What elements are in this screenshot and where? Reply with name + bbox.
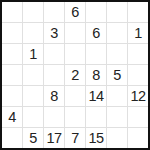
cell-r4c4: 2: [65, 65, 85, 85]
cell-r3c5[interactable]: [86, 44, 106, 64]
cell-r6c1: 4: [2, 107, 22, 127]
cell-r6c7[interactable]: [128, 107, 148, 127]
cell-r2c5: 6: [86, 23, 106, 43]
cell-r7c3: 17: [44, 128, 64, 148]
cell-r4c7[interactable]: [128, 65, 148, 85]
cell-r6c2[interactable]: [23, 107, 43, 127]
cell-r2c4[interactable]: [65, 23, 85, 43]
cell-r3c6[interactable]: [107, 44, 127, 64]
cell-r4c2[interactable]: [23, 65, 43, 85]
cell-r2c3: 3: [44, 23, 64, 43]
cell-r3c7[interactable]: [128, 44, 148, 64]
cell-r5c6[interactable]: [107, 86, 127, 106]
cell-r5c1[interactable]: [2, 86, 22, 106]
cell-r3c3[interactable]: [44, 44, 64, 64]
cell-r6c3[interactable]: [44, 107, 64, 127]
cell-r6c6[interactable]: [107, 107, 127, 127]
cell-r1c7[interactable]: [128, 2, 148, 22]
cell-r3c4[interactable]: [65, 44, 85, 64]
cell-r4c3[interactable]: [44, 65, 64, 85]
cell-r3c1[interactable]: [2, 44, 22, 64]
cell-r7c7[interactable]: [128, 128, 148, 148]
cell-r4c5: 8: [86, 65, 106, 85]
cell-r1c5[interactable]: [86, 2, 106, 22]
cell-r2c6[interactable]: [107, 23, 127, 43]
cell-r1c4: 6: [65, 2, 85, 22]
cell-r2c7: 1: [128, 23, 148, 43]
cell-r1c3[interactable]: [44, 2, 64, 22]
cell-r5c2[interactable]: [23, 86, 43, 106]
cell-r7c2: 5: [23, 128, 43, 148]
cell-r1c2[interactable]: [23, 2, 43, 22]
cell-r6c5[interactable]: [86, 107, 106, 127]
cell-r5c5: 14: [86, 86, 106, 106]
cell-r6c4[interactable]: [65, 107, 85, 127]
cell-r1c6[interactable]: [107, 2, 127, 22]
cell-r5c3: 8: [44, 86, 64, 106]
cell-r7c1[interactable]: [2, 128, 22, 148]
cell-r5c7: 12: [128, 86, 148, 106]
cell-r1c1[interactable]: [2, 2, 22, 22]
cell-r7c5: 15: [86, 128, 106, 148]
cell-r2c1[interactable]: [2, 23, 22, 43]
cell-r4c6: 5: [107, 65, 127, 85]
cell-r4c1[interactable]: [2, 65, 22, 85]
cell-r2c2[interactable]: [23, 23, 43, 43]
puzzle-board: 6 3 6 1 1 2 8 5 8 14 12 4 5 17 7 15: [0, 0, 150, 150]
cell-r5c4[interactable]: [65, 86, 85, 106]
cell-r7c4: 7: [65, 128, 85, 148]
cell-r7c6[interactable]: [107, 128, 127, 148]
cell-r3c2: 1: [23, 44, 43, 64]
